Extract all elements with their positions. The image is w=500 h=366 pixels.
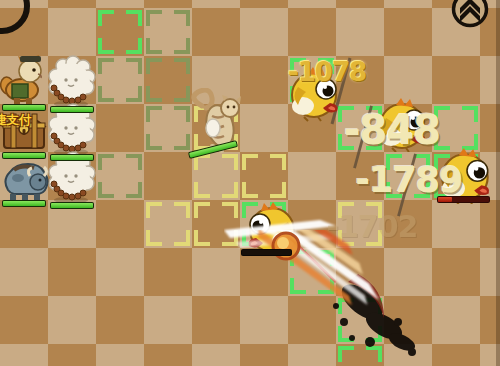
board-cell — [432, 344, 480, 366]
board-cell — [432, 248, 480, 296]
game-stage: -1078-848-1789-1702捷支付 — [0, 0, 500, 366]
board-cell — [0, 296, 48, 344]
board-cell — [336, 0, 384, 8]
board-cell — [384, 0, 432, 8]
board-cell — [240, 0, 288, 8]
board-cell — [288, 0, 336, 8]
health-bar — [2, 200, 46, 207]
damage-float: -1078 — [288, 57, 366, 87]
board-cell — [240, 152, 288, 200]
board-cell — [48, 8, 96, 56]
board-cell — [192, 296, 240, 344]
board-cell — [96, 248, 144, 296]
board-cell — [192, 152, 240, 200]
speed-up-button[interactable] — [450, 0, 490, 29]
ox-tank-unit[interactable] — [0, 152, 50, 202]
board-cell — [96, 8, 144, 56]
board-cell — [48, 344, 96, 366]
board-cell — [0, 200, 48, 248]
speed-up-icon — [450, 15, 490, 32]
bun-guard-unit[interactable] — [46, 54, 96, 108]
board-cell — [96, 296, 144, 344]
board-cell — [144, 344, 192, 366]
board-cell — [288, 8, 336, 56]
damage-float: -1702 — [327, 209, 418, 244]
board-cell — [48, 248, 96, 296]
board-cell — [144, 56, 192, 104]
health-bar-fill — [3, 201, 45, 206]
board-cell — [0, 248, 48, 296]
board-cell — [432, 296, 480, 344]
board-cell — [384, 8, 432, 56]
board-cell — [96, 104, 144, 152]
health-bar-fill — [51, 107, 93, 112]
board-cell — [48, 0, 96, 8]
board-cell — [144, 296, 192, 344]
board-cell — [144, 0, 192, 8]
board-cell — [96, 344, 144, 366]
health-bar-fill — [3, 105, 45, 110]
health-bar — [241, 249, 292, 256]
health-bar — [2, 152, 46, 159]
board-cell — [48, 296, 96, 344]
screen-edge-shade — [496, 0, 500, 366]
health-bar-fill — [3, 153, 45, 158]
board-cell — [432, 56, 480, 104]
board-cell — [192, 0, 240, 8]
board-cell — [96, 152, 144, 200]
health-bar — [2, 104, 46, 111]
board-cell — [0, 344, 48, 366]
board-cell — [96, 200, 144, 248]
board-cell — [144, 104, 192, 152]
board-cell — [432, 200, 480, 248]
board-cell — [336, 8, 384, 56]
board-cell — [144, 200, 192, 248]
health-bar — [50, 154, 94, 161]
board-cell — [192, 8, 240, 56]
chest-pay-label: 捷支付 — [0, 112, 32, 129]
health-bar — [50, 106, 94, 113]
board-cell — [144, 8, 192, 56]
health-bar-fill — [51, 155, 93, 160]
damage-float: -1789 — [356, 160, 463, 200]
board-cell — [144, 152, 192, 200]
board-cell — [240, 8, 288, 56]
board-cell — [96, 0, 144, 8]
board-cell — [384, 56, 432, 104]
fox-archer-unit[interactable] — [0, 54, 48, 106]
health-bar — [50, 202, 94, 209]
health-bar-fill — [51, 203, 93, 208]
board-cell — [96, 56, 144, 104]
board-cell — [144, 248, 192, 296]
board-cell — [192, 344, 240, 366]
damage-float: -848 — [344, 107, 440, 153]
board-cell — [288, 152, 336, 200]
